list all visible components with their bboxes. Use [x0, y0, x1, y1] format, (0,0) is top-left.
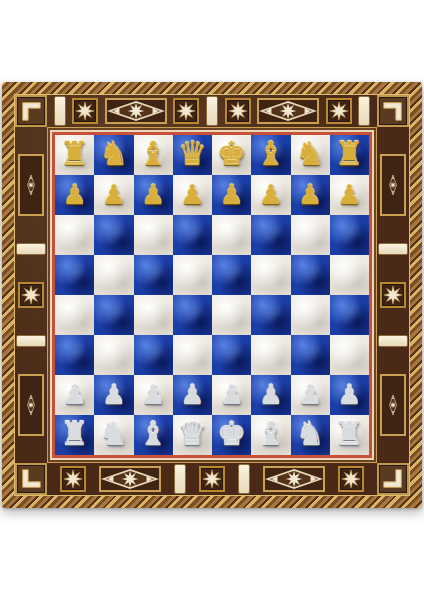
square-d3[interactable] — [173, 335, 212, 375]
star-panel — [326, 98, 352, 124]
square-b8[interactable]: ♞ — [94, 135, 133, 175]
square-e4[interactable] — [212, 295, 251, 335]
piece-white-rook: ♜ — [60, 417, 90, 450]
corner-angle-icon — [377, 95, 409, 127]
diamond-cartouche-icon — [259, 100, 317, 122]
ivory-bar — [174, 464, 186, 494]
square-c7[interactable]: ♟ — [134, 175, 173, 215]
chess-board: ♜♞♝♛♚♝♞♜♟♟♟♟♟♟♟♟♟♟♟♟♟♟♟♟♜♞♝♛♚♝♞♜ — [2, 82, 422, 508]
square-f7[interactable]: ♟ — [251, 175, 290, 215]
diamond-panel — [99, 466, 161, 492]
square-f8[interactable]: ♝ — [251, 135, 290, 175]
square-f4[interactable] — [251, 295, 290, 335]
square-d7[interactable]: ♟ — [173, 175, 212, 215]
piece-black-king: ♚ — [217, 137, 247, 170]
square-a3[interactable] — [55, 335, 94, 375]
diamond-cartouche-icon — [107, 100, 165, 122]
square-f6[interactable] — [251, 215, 290, 255]
square-h3[interactable] — [330, 335, 369, 375]
square-h8[interactable]: ♜ — [330, 135, 369, 175]
piece-black-knight: ♞ — [99, 137, 129, 170]
diamond-panel — [380, 154, 406, 216]
piece-white-pawn: ♟ — [337, 381, 361, 408]
piece-white-pawn: ♟ — [298, 381, 322, 408]
corner-angle-icon — [15, 95, 47, 127]
eight-point-star-icon — [202, 469, 222, 489]
piece-white-pawn: ♟ — [180, 381, 204, 408]
l-angle-icon — [380, 98, 406, 124]
square-f1[interactable]: ♝ — [251, 415, 290, 455]
eight-point-star-icon — [75, 101, 95, 121]
ivory-bar — [378, 335, 408, 347]
diamond-panel — [18, 154, 44, 216]
star-panel — [338, 466, 364, 492]
diamond-panel — [18, 374, 44, 436]
piece-white-knight: ♞ — [295, 417, 325, 450]
piece-black-rook: ♜ — [60, 137, 90, 170]
square-b7[interactable]: ♟ — [94, 175, 133, 215]
diamond-panel — [105, 98, 167, 124]
piece-black-pawn: ♟ — [298, 181, 322, 208]
star-panel — [380, 282, 406, 308]
frame-right-band — [377, 127, 409, 463]
outer-rope-band: ♜♞♝♛♚♝♞♜♟♟♟♟♟♟♟♟♟♟♟♟♟♟♟♟♜♞♝♛♚♝♞♜ — [2, 82, 422, 508]
square-h4[interactable] — [330, 295, 369, 335]
piece-black-rook: ♜ — [335, 137, 365, 170]
square-a4[interactable] — [55, 295, 94, 335]
eight-point-star-icon — [63, 469, 83, 489]
piece-white-bishop: ♝ — [138, 417, 168, 450]
piece-black-pawn: ♟ — [259, 181, 283, 208]
square-g7[interactable]: ♟ — [291, 175, 330, 215]
piece-white-pawn: ♟ — [220, 381, 244, 408]
square-e3[interactable] — [212, 335, 251, 375]
square-a7[interactable]: ♟ — [55, 175, 94, 215]
square-h7[interactable]: ♟ — [330, 175, 369, 215]
diamond-cartouche-icon — [382, 174, 404, 196]
piece-black-pawn: ♟ — [102, 181, 126, 208]
diamond-cartouche-icon — [265, 468, 323, 490]
star-panel — [18, 282, 44, 308]
diamond-panel — [380, 374, 406, 436]
square-a8[interactable]: ♜ — [55, 135, 94, 175]
square-f5[interactable] — [251, 255, 290, 295]
piece-black-knight: ♞ — [295, 137, 325, 170]
eight-point-star-icon — [21, 285, 41, 305]
star-panel — [173, 98, 199, 124]
square-b3[interactable] — [94, 335, 133, 375]
square-c3[interactable] — [134, 335, 173, 375]
red-border: ♜♞♝♛♚♝♞♜♟♟♟♟♟♟♟♟♟♟♟♟♟♟♟♟♜♞♝♛♚♝♞♜ — [52, 132, 372, 458]
square-c5[interactable] — [134, 255, 173, 295]
piece-white-pawn: ♟ — [259, 381, 283, 408]
square-d2[interactable]: ♟ — [173, 375, 212, 415]
ivory-bar — [378, 243, 408, 255]
square-e5[interactable] — [212, 255, 251, 295]
piece-black-pawn: ♟ — [141, 181, 165, 208]
eight-point-star-icon — [228, 101, 248, 121]
mosaic-frame: ♜♞♝♛♚♝♞♜♟♟♟♟♟♟♟♟♟♟♟♟♟♟♟♟♜♞♝♛♚♝♞♜ — [14, 94, 410, 496]
corner-angle-icon — [15, 463, 47, 495]
square-e7[interactable]: ♟ — [212, 175, 251, 215]
square-d4[interactable] — [173, 295, 212, 335]
ivory-bar — [16, 335, 46, 347]
ivory-bar — [358, 96, 370, 126]
l-angle-icon — [18, 466, 44, 492]
l-angle-icon — [380, 466, 406, 492]
square-d5[interactable] — [173, 255, 212, 295]
eight-point-star-icon — [383, 285, 403, 305]
corner-angle-icon — [377, 463, 409, 495]
square-g5[interactable] — [291, 255, 330, 295]
square-c8[interactable]: ♝ — [134, 135, 173, 175]
diamond-cartouche-icon — [101, 468, 159, 490]
square-h6[interactable] — [330, 215, 369, 255]
square-g2[interactable]: ♟ — [291, 375, 330, 415]
piece-black-bishop: ♝ — [256, 137, 286, 170]
square-h5[interactable] — [330, 255, 369, 295]
square-f2[interactable]: ♟ — [251, 375, 290, 415]
square-b6[interactable] — [94, 215, 133, 255]
square-b2[interactable]: ♟ — [94, 375, 133, 415]
inner-wood-band: ♜♞♝♛♚♝♞♜♟♟♟♟♟♟♟♟♟♟♟♟♟♟♟♟♜♞♝♛♚♝♞♜ — [47, 127, 377, 463]
eight-point-star-icon — [176, 101, 196, 121]
piece-white-queen: ♛ — [178, 417, 208, 450]
eight-point-star-icon — [329, 101, 349, 121]
piece-black-pawn: ♟ — [337, 181, 361, 208]
square-c1[interactable]: ♝ — [134, 415, 173, 455]
square-b5[interactable] — [94, 255, 133, 295]
diamond-panel — [257, 98, 319, 124]
square-a5[interactable] — [55, 255, 94, 295]
piece-white-knight: ♞ — [99, 417, 129, 450]
square-g6[interactable] — [291, 215, 330, 255]
frame-bottom-band — [47, 463, 377, 495]
square-e6[interactable] — [212, 215, 251, 255]
square-h2[interactable]: ♟ — [330, 375, 369, 415]
square-g1[interactable]: ♞ — [291, 415, 330, 455]
square-d6[interactable] — [173, 215, 212, 255]
ivory-bar — [206, 96, 218, 126]
playing-field: ♜♞♝♛♚♝♞♜♟♟♟♟♟♟♟♟♟♟♟♟♟♟♟♟♜♞♝♛♚♝♞♜ — [55, 135, 369, 455]
eight-point-star-icon — [341, 469, 361, 489]
square-a2[interactable]: ♟ — [55, 375, 94, 415]
ivory-bar — [238, 464, 250, 494]
square-g8[interactable]: ♞ — [291, 135, 330, 175]
square-b4[interactable] — [94, 295, 133, 335]
piece-black-pawn: ♟ — [220, 181, 244, 208]
star-panel — [199, 466, 225, 492]
diamond-panel — [263, 466, 325, 492]
square-f3[interactable] — [251, 335, 290, 375]
square-g3[interactable] — [291, 335, 330, 375]
square-a1[interactable]: ♜ — [55, 415, 94, 455]
square-e2[interactable]: ♟ — [212, 375, 251, 415]
ivory-bar — [16, 243, 46, 255]
square-e8[interactable]: ♚ — [212, 135, 251, 175]
piece-white-pawn: ♟ — [102, 381, 126, 408]
piece-white-bishop: ♝ — [256, 417, 286, 450]
square-c4[interactable] — [134, 295, 173, 335]
piece-black-bishop: ♝ — [138, 137, 168, 170]
square-g4[interactable] — [291, 295, 330, 335]
diamond-cartouche-icon — [20, 174, 42, 196]
square-a6[interactable] — [55, 215, 94, 255]
star-panel — [72, 98, 98, 124]
piece-white-king: ♚ — [217, 417, 247, 450]
l-angle-icon — [18, 98, 44, 124]
square-d8[interactable]: ♛ — [173, 135, 212, 175]
piece-black-pawn: ♟ — [180, 181, 204, 208]
star-panel — [225, 98, 251, 124]
frame-top-band — [47, 95, 377, 127]
piece-black-queen: ♛ — [178, 137, 208, 170]
frame-left-band — [15, 127, 47, 463]
square-c6[interactable] — [134, 215, 173, 255]
piece-white-pawn: ♟ — [141, 381, 165, 408]
piece-white-rook: ♜ — [335, 417, 365, 450]
piece-black-pawn: ♟ — [63, 181, 87, 208]
star-panel — [60, 466, 86, 492]
square-b1[interactable]: ♞ — [94, 415, 133, 455]
square-h1[interactable]: ♜ — [330, 415, 369, 455]
piece-white-pawn: ♟ — [63, 381, 87, 408]
diamond-cartouche-icon — [20, 394, 42, 416]
square-e1[interactable]: ♚ — [212, 415, 251, 455]
square-d1[interactable]: ♛ — [173, 415, 212, 455]
square-c2[interactable]: ♟ — [134, 375, 173, 415]
diamond-cartouche-icon — [382, 394, 404, 416]
ivory-bar — [54, 96, 66, 126]
